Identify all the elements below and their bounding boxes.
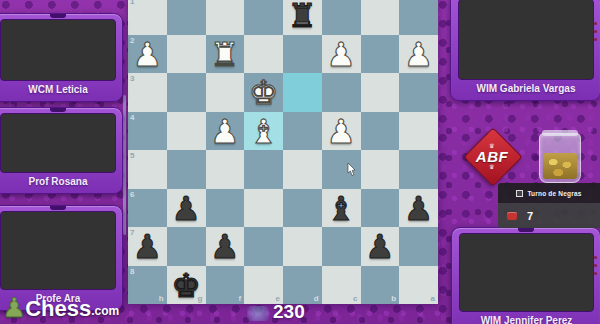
square-f4[interactable]: ♟ bbox=[206, 112, 245, 151]
viewer-counter: 230 bbox=[247, 301, 305, 323]
square-h7[interactable]: 7♟ bbox=[128, 227, 167, 266]
rank-label: 6 bbox=[130, 190, 134, 199]
chesscom-com-text: .com bbox=[91, 300, 119, 322]
rank-label: 4 bbox=[130, 113, 134, 122]
square-c7[interactable] bbox=[322, 227, 361, 266]
rank-label: 8 bbox=[130, 267, 134, 276]
webcam-gabriela: WIM Gabriela Vargas bbox=[450, 0, 600, 101]
rank-label: 5 bbox=[130, 151, 134, 160]
square-h2[interactable]: 2♟ bbox=[128, 35, 167, 74]
square-f7[interactable]: ♟ bbox=[206, 227, 245, 266]
square-d4[interactable] bbox=[283, 112, 322, 151]
webcam-label-rosana: Prof Rosana bbox=[0, 173, 116, 189]
square-f1[interactable] bbox=[206, 0, 245, 35]
square-e4[interactable]: ♝ bbox=[244, 112, 283, 151]
abf-crest-bottom-icon: ♛ bbox=[489, 164, 494, 170]
piece-white-pawn-c4[interactable]: ♟ bbox=[322, 112, 361, 151]
webcam-label-gabriela: WIM Gabriela Vargas bbox=[458, 80, 594, 96]
square-d6[interactable] bbox=[283, 189, 322, 228]
webcam-video-leticia bbox=[0, 19, 116, 81]
square-c4[interactable]: ♟ bbox=[322, 112, 361, 151]
rank-label: 3 bbox=[130, 74, 134, 83]
square-e5[interactable] bbox=[244, 150, 283, 189]
piece-white-bishop-e4[interactable]: ♝ bbox=[244, 112, 283, 151]
square-c8[interactable]: c bbox=[322, 266, 361, 305]
webcam-video-gabriela bbox=[458, 0, 594, 80]
mouse-cursor-icon bbox=[347, 163, 356, 176]
square-f3[interactable] bbox=[206, 73, 245, 112]
square-b8[interactable]: b bbox=[361, 266, 400, 305]
webcam-label-leticia: WCM Leticia bbox=[0, 81, 116, 97]
square-a6[interactable]: ♟ bbox=[399, 189, 438, 228]
webcam-jennifer: WIM Jennifer Perez bbox=[451, 227, 600, 324]
square-a7[interactable] bbox=[399, 227, 438, 266]
square-h3[interactable]: 3 bbox=[128, 73, 167, 112]
file-label: a bbox=[431, 294, 435, 303]
square-e6[interactable] bbox=[244, 189, 283, 228]
cam-notch-icon bbox=[50, 206, 66, 210]
square-e3[interactable]: ♚ bbox=[244, 73, 283, 112]
square-c1[interactable] bbox=[322, 0, 361, 35]
cam-side-buttons-icon bbox=[594, 256, 597, 259]
abf-text: ABF bbox=[476, 149, 508, 164]
square-h6[interactable]: 6 bbox=[128, 189, 167, 228]
square-c3[interactable] bbox=[322, 73, 361, 112]
piece-black-pawn-h7[interactable]: ♟ bbox=[128, 227, 167, 266]
square-a4[interactable] bbox=[399, 112, 438, 151]
piece-white-pawn-f4[interactable]: ♟ bbox=[206, 112, 245, 151]
turn-checkbox-icon[interactable] bbox=[516, 190, 523, 197]
square-d5[interactable] bbox=[283, 150, 322, 189]
piece-black-rook-d1[interactable]: ♜ bbox=[283, 0, 322, 35]
abf-logo: ♛ ABF ♛ bbox=[463, 127, 521, 185]
square-c6[interactable]: ♝ bbox=[322, 189, 361, 228]
webcam-video-rosana bbox=[0, 113, 116, 173]
square-d1[interactable]: ♜ bbox=[283, 0, 322, 35]
square-g3[interactable] bbox=[167, 73, 206, 112]
piece-black-pawn-f7[interactable]: ♟ bbox=[206, 227, 245, 266]
square-g4[interactable] bbox=[167, 112, 206, 151]
square-h1[interactable]: 1 bbox=[128, 0, 167, 35]
file-label: f bbox=[239, 294, 242, 303]
square-b5[interactable] bbox=[361, 150, 400, 189]
file-label: d bbox=[314, 294, 319, 303]
viewer-count: 230 bbox=[273, 301, 305, 323]
piece-white-rook-f2[interactable]: ♜ bbox=[206, 35, 245, 74]
piece-black-pawn-b7[interactable]: ♟ bbox=[361, 227, 400, 266]
square-b6[interactable] bbox=[361, 189, 400, 228]
cam-side-buttons-icon bbox=[594, 22, 597, 25]
cam-notch-icon bbox=[50, 108, 66, 112]
square-f8[interactable]: f bbox=[206, 266, 245, 305]
square-a3[interactable] bbox=[399, 73, 438, 112]
piece-black-king-g8[interactable]: ♚ bbox=[167, 266, 206, 305]
piece-black-pawn-a6[interactable]: ♟ bbox=[399, 189, 438, 228]
square-g2[interactable] bbox=[167, 35, 206, 74]
trophy-jar bbox=[539, 133, 581, 183]
file-label: h bbox=[159, 294, 164, 303]
square-d8[interactable]: d bbox=[283, 266, 322, 305]
square-g7[interactable] bbox=[167, 227, 206, 266]
file-label: b bbox=[391, 294, 396, 303]
webcam-leticia: WCM Leticia bbox=[0, 13, 123, 102]
divider-strip bbox=[123, 95, 126, 235]
viewers-icon bbox=[247, 306, 269, 321]
abf-crest-top-icon: ♛ bbox=[489, 143, 494, 149]
chesscom-text: Chess bbox=[25, 296, 91, 322]
stream-stage: 1♜2♟♜♟♟3♚4♟♝♟56♟♝♟7♟♟♟8hg♚fedcba WCM Let… bbox=[0, 0, 600, 324]
square-f2[interactable]: ♜ bbox=[206, 35, 245, 74]
square-g1[interactable] bbox=[167, 0, 206, 35]
square-b4[interactable] bbox=[361, 112, 400, 151]
square-b1[interactable] bbox=[361, 0, 400, 35]
square-a1[interactable] bbox=[399, 0, 438, 35]
square-b2[interactable] bbox=[361, 35, 400, 74]
piece-black-bishop-c6[interactable]: ♝ bbox=[322, 189, 361, 228]
square-e7[interactable] bbox=[244, 227, 283, 266]
square-e1[interactable] bbox=[244, 0, 283, 35]
square-g6[interactable]: ♟ bbox=[167, 189, 206, 228]
rank-label: 1 bbox=[130, 0, 134, 6]
file-label: c bbox=[353, 294, 357, 303]
chesscom-logo: ♟ Chess .com bbox=[2, 294, 119, 322]
square-d2[interactable] bbox=[283, 35, 322, 74]
piece-white-king-e3[interactable]: ♚ bbox=[244, 73, 283, 112]
square-h4[interactable]: 4 bbox=[128, 112, 167, 151]
piece-black-pawn-g6[interactable]: ♟ bbox=[167, 189, 206, 228]
counter-value: 7 bbox=[527, 210, 533, 222]
piece-white-pawn-c2[interactable]: ♟ bbox=[322, 35, 361, 74]
turn-label: Turno de Negras bbox=[527, 190, 581, 197]
square-d3[interactable] bbox=[283, 73, 322, 112]
square-d7[interactable] bbox=[283, 227, 322, 266]
square-a8[interactable]: a bbox=[399, 266, 438, 305]
square-g5[interactable] bbox=[167, 150, 206, 189]
chess-board: 1♜2♟♜♟♟3♚4♟♝♟56♟♝♟7♟♟♟8hg♚fedcba bbox=[128, 0, 438, 304]
chesscom-pawn-icon: ♟ bbox=[2, 294, 26, 322]
square-b3[interactable] bbox=[361, 73, 400, 112]
webcam-rosana: Prof Rosana bbox=[0, 107, 123, 194]
piece-white-pawn-a2[interactable]: ♟ bbox=[399, 35, 438, 74]
webcam-label-jennifer: WIM Jennifer Perez bbox=[459, 312, 594, 324]
square-a2[interactable]: ♟ bbox=[399, 35, 438, 74]
square-f5[interactable] bbox=[206, 150, 245, 189]
square-f6[interactable] bbox=[206, 189, 245, 228]
square-g8[interactable]: g♚ bbox=[167, 266, 206, 305]
square-e2[interactable] bbox=[244, 35, 283, 74]
piece-white-pawn-h2[interactable]: ♟ bbox=[128, 35, 167, 74]
square-a5[interactable] bbox=[399, 150, 438, 189]
webcam-video-jennifer bbox=[459, 233, 594, 312]
status-panel: Turno de Negras 7 bbox=[498, 183, 600, 228]
cam-notch-icon bbox=[518, 228, 534, 232]
cam-notch-icon bbox=[50, 14, 66, 18]
square-b7[interactable]: ♟ bbox=[361, 227, 400, 266]
square-h8[interactable]: 8h bbox=[128, 266, 167, 305]
webcam-video-ara bbox=[0, 211, 116, 290]
counter-badge-icon bbox=[507, 212, 517, 220]
square-c2[interactable]: ♟ bbox=[322, 35, 361, 74]
square-e8[interactable]: e bbox=[244, 266, 283, 305]
square-h5[interactable]: 5 bbox=[128, 150, 167, 189]
